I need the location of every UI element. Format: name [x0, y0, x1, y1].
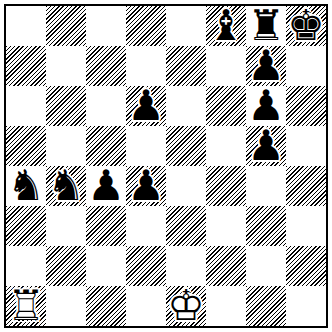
- square-e6[interactable]: [166, 86, 206, 126]
- square-a7[interactable]: [6, 46, 46, 86]
- square-f5[interactable]: [206, 126, 246, 166]
- square-b1[interactable]: [46, 286, 86, 326]
- square-d1[interactable]: [126, 286, 166, 326]
- square-b3[interactable]: [46, 206, 86, 246]
- square-e2[interactable]: [166, 246, 206, 286]
- piece-black-pawn-g5: ♟: [246, 126, 286, 166]
- square-f4[interactable]: [206, 166, 246, 206]
- square-h3[interactable]: [286, 206, 326, 246]
- square-e1[interactable]: ♚♔: [166, 286, 206, 326]
- square-a8[interactable]: [6, 6, 46, 46]
- square-e5[interactable]: [166, 126, 206, 166]
- piece-white-rook-a1: ♜♖: [6, 286, 46, 326]
- square-c4[interactable]: ♟: [86, 166, 126, 206]
- square-c6[interactable]: [86, 86, 126, 126]
- square-g2[interactable]: [246, 246, 286, 286]
- square-h6[interactable]: [286, 86, 326, 126]
- piece-black-pawn-g6: ♟: [246, 86, 286, 126]
- square-d3[interactable]: [126, 206, 166, 246]
- square-f8[interactable]: ♝: [206, 6, 246, 46]
- square-a3[interactable]: [6, 206, 46, 246]
- square-f1[interactable]: [206, 286, 246, 326]
- piece-black-king-h8: ♚: [286, 6, 326, 46]
- piece-glyph: ♖: [6, 285, 46, 327]
- square-g5[interactable]: ♟: [246, 126, 286, 166]
- chess-diagram: ♝♜♚♟♟♟♟♞♞♟♟♜♖♚♔: [0, 0, 332, 332]
- square-a2[interactable]: [6, 246, 46, 286]
- square-e4[interactable]: [166, 166, 206, 206]
- square-b5[interactable]: [46, 126, 86, 166]
- piece-black-knight-b4: ♞: [46, 166, 86, 206]
- square-a6[interactable]: [6, 86, 46, 126]
- piece-glyph: ♞: [46, 165, 86, 207]
- square-h7[interactable]: [286, 46, 326, 86]
- square-d2[interactable]: [126, 246, 166, 286]
- square-d6[interactable]: ♟: [126, 86, 166, 126]
- square-c7[interactable]: [86, 46, 126, 86]
- square-c2[interactable]: [86, 246, 126, 286]
- square-b7[interactable]: [46, 46, 86, 86]
- square-g8[interactable]: ♜: [246, 6, 286, 46]
- piece-glyph: ♝: [206, 5, 246, 47]
- piece-glyph: ♟: [126, 165, 166, 207]
- piece-glyph: ♞: [6, 165, 46, 207]
- piece-white-king-e1: ♚♔: [166, 286, 206, 326]
- square-b8[interactable]: [46, 6, 86, 46]
- square-b6[interactable]: [46, 86, 86, 126]
- square-g7[interactable]: ♟: [246, 46, 286, 86]
- square-h1[interactable]: [286, 286, 326, 326]
- square-d7[interactable]: [126, 46, 166, 86]
- square-d5[interactable]: [126, 126, 166, 166]
- square-c3[interactable]: [86, 206, 126, 246]
- square-g4[interactable]: [246, 166, 286, 206]
- square-a1[interactable]: ♜♖: [6, 286, 46, 326]
- square-g3[interactable]: [246, 206, 286, 246]
- square-f7[interactable]: [206, 46, 246, 86]
- piece-glyph: ♟: [86, 165, 126, 207]
- piece-black-pawn-d4: ♟: [126, 166, 166, 206]
- square-b2[interactable]: [46, 246, 86, 286]
- piece-glyph: ♟: [246, 125, 286, 167]
- square-g6[interactable]: ♟: [246, 86, 286, 126]
- piece-black-rook-g8: ♜: [246, 6, 286, 46]
- square-c1[interactable]: [86, 286, 126, 326]
- square-d8[interactable]: [126, 6, 166, 46]
- square-a5[interactable]: [6, 126, 46, 166]
- piece-glyph: ♔: [166, 285, 206, 327]
- piece-black-knight-a4: ♞: [6, 166, 46, 206]
- square-c8[interactable]: [86, 6, 126, 46]
- square-e3[interactable]: [166, 206, 206, 246]
- square-c5[interactable]: [86, 126, 126, 166]
- square-h5[interactable]: [286, 126, 326, 166]
- square-e7[interactable]: [166, 46, 206, 86]
- square-d4[interactable]: ♟: [126, 166, 166, 206]
- square-g1[interactable]: [246, 286, 286, 326]
- square-e8[interactable]: [166, 6, 206, 46]
- piece-black-pawn-g7: ♟: [246, 46, 286, 86]
- square-h8[interactable]: ♚: [286, 6, 326, 46]
- square-f2[interactable]: [206, 246, 246, 286]
- piece-black-pawn-d6: ♟: [126, 86, 166, 126]
- square-f6[interactable]: [206, 86, 246, 126]
- square-h4[interactable]: [286, 166, 326, 206]
- square-b4[interactable]: ♞: [46, 166, 86, 206]
- chess-board: ♝♜♚♟♟♟♟♞♞♟♟♜♖♚♔: [4, 4, 328, 328]
- square-f3[interactable]: [206, 206, 246, 246]
- piece-glyph: ♚: [286, 5, 326, 47]
- piece-glyph: ♟: [126, 85, 166, 127]
- piece-black-pawn-c4: ♟: [86, 166, 126, 206]
- square-a4[interactable]: ♞: [6, 166, 46, 206]
- square-h2[interactable]: [286, 246, 326, 286]
- piece-black-bishop-f8: ♝: [206, 6, 246, 46]
